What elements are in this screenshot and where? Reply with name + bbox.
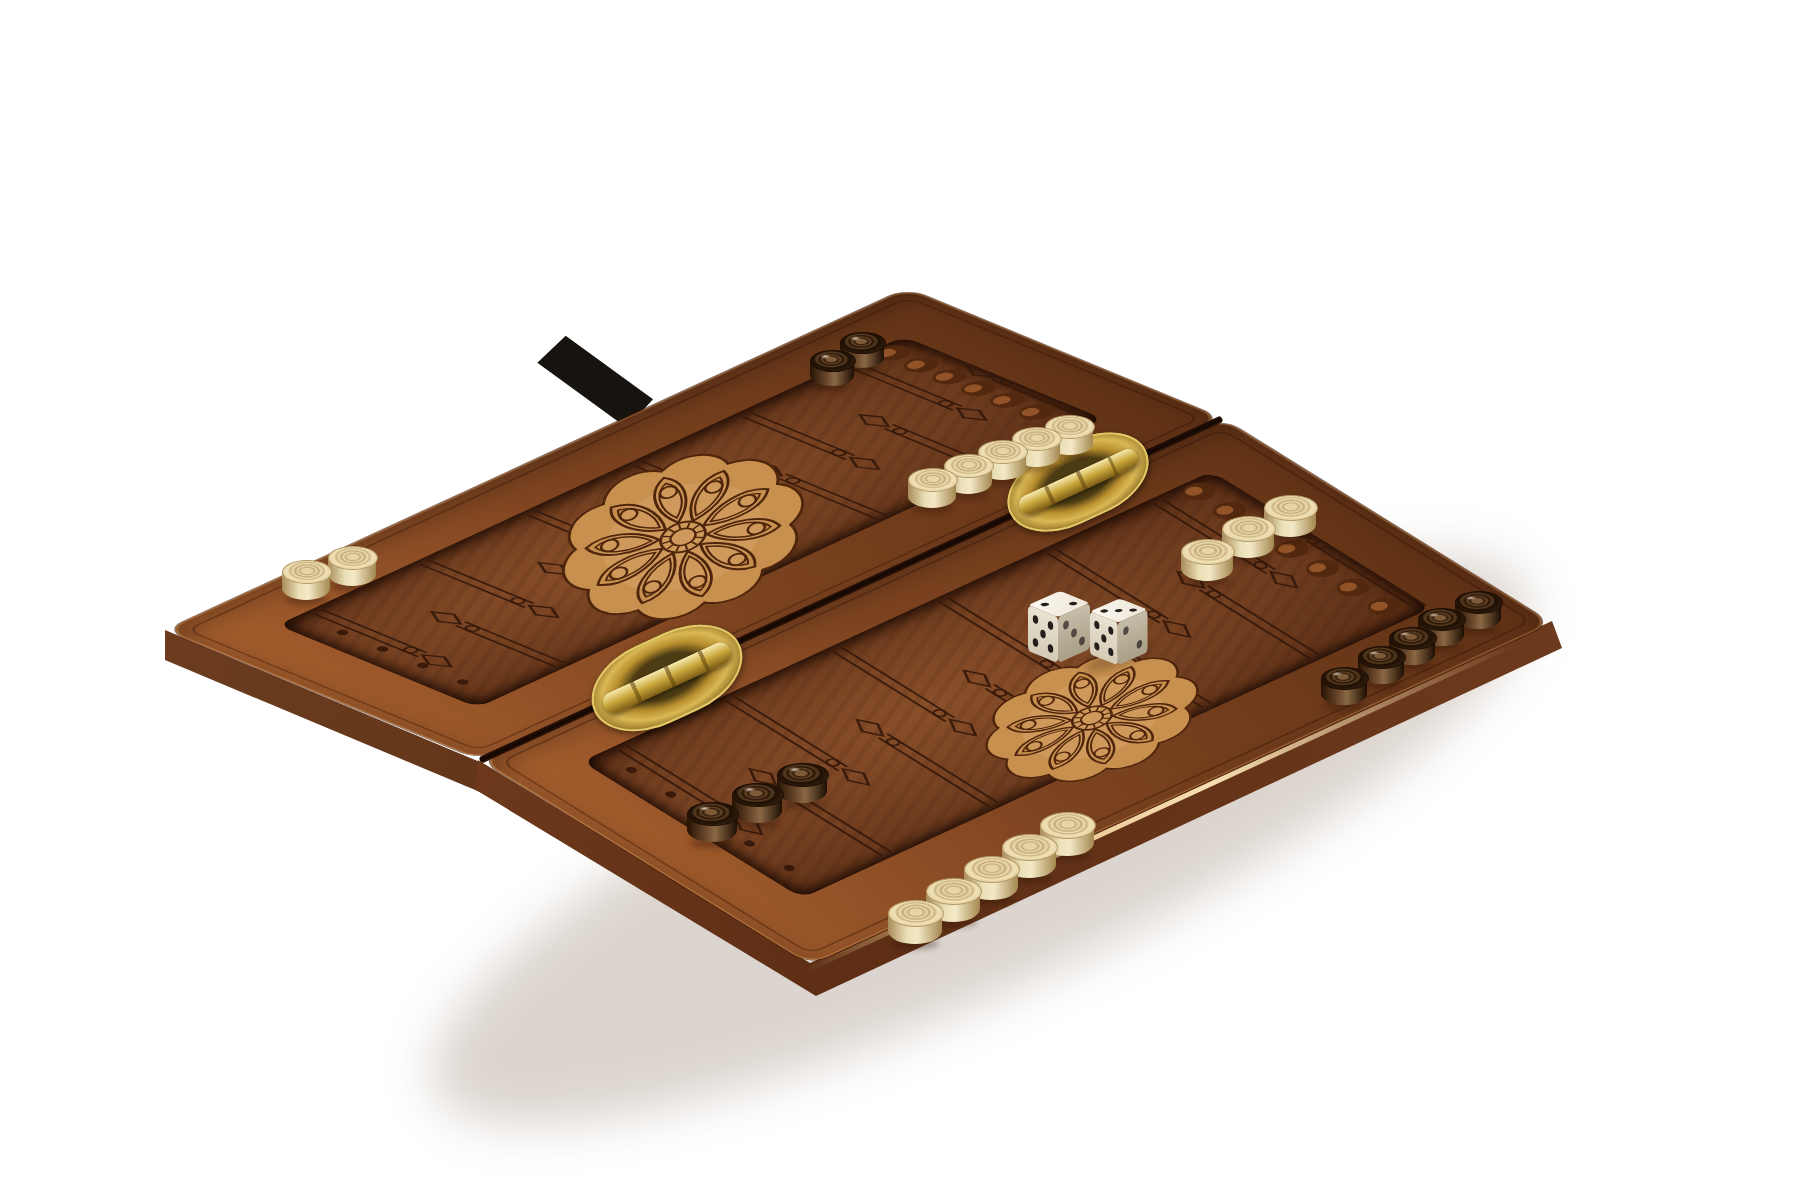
- checker-dark[interactable]: [687, 802, 737, 843]
- die-right[interactable]: [1075, 591, 1159, 675]
- checker-top: [1181, 539, 1235, 565]
- die-pip: [1048, 620, 1053, 631]
- checker-top: [732, 783, 784, 808]
- die-pip: [1136, 639, 1141, 649]
- engraved-dot: [455, 678, 471, 685]
- checker-top: [810, 350, 856, 372]
- engraved-dot: [624, 766, 639, 774]
- edge-scallop: [1176, 479, 1222, 504]
- die-pip: [1048, 643, 1053, 654]
- checker-top: [888, 900, 944, 927]
- die-pip: [1040, 629, 1045, 640]
- checker-dark[interactable]: [732, 783, 782, 824]
- checker-light[interactable]: [888, 900, 942, 944]
- checker-dark[interactable]: [1321, 667, 1367, 705]
- checker-light[interactable]: [908, 468, 956, 507]
- scene: [0, 0, 1800, 1200]
- die-pip: [1063, 620, 1069, 631]
- engraved-dot: [742, 839, 757, 847]
- die-pip: [1033, 637, 1038, 648]
- checker-dark[interactable]: [777, 763, 827, 804]
- engraved-dot: [334, 629, 350, 636]
- die-pip: [1040, 602, 1051, 607]
- die-pip: [1108, 647, 1113, 657]
- checker-light[interactable]: [282, 560, 330, 599]
- die-pip: [1108, 626, 1113, 636]
- checker-top: [1222, 516, 1276, 542]
- checker-light[interactable]: [328, 546, 376, 585]
- checker-top: [777, 763, 829, 788]
- engraved-dot: [374, 645, 390, 652]
- die-pip: [1101, 634, 1106, 644]
- engraved-dot: [781, 864, 796, 872]
- checker-top: [687, 802, 739, 827]
- engraved-dot: [663, 790, 678, 798]
- checker-light[interactable]: [1181, 539, 1233, 582]
- die-pip: [1094, 641, 1099, 651]
- die-pip: [1123, 626, 1128, 636]
- die-pip: [1094, 620, 1099, 630]
- die-pip: [1033, 614, 1038, 625]
- die-pip: [1113, 608, 1123, 612]
- die-pip: [1127, 608, 1137, 612]
- die-pip: [1100, 609, 1110, 613]
- checker-dark[interactable]: [810, 350, 854, 386]
